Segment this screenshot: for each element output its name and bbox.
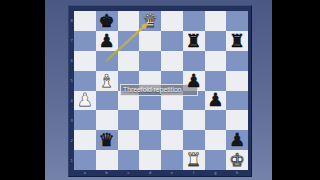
- square-f8[interactable]: [183, 11, 205, 31]
- square-b6[interactable]: [96, 51, 118, 71]
- square-f5[interactable]: ♟: [183, 71, 205, 91]
- piece-white-queen-d8[interactable]: ♛: [142, 12, 158, 30]
- square-h2[interactable]: ♟: [226, 130, 248, 150]
- piece-black-pawn-g4[interactable]: ♟: [207, 91, 223, 109]
- square-g2[interactable]: [205, 130, 227, 150]
- square-e8[interactable]: [161, 11, 183, 31]
- square-c6[interactable]: [118, 51, 140, 71]
- square-g3[interactable]: [205, 110, 227, 130]
- square-d2[interactable]: [139, 130, 161, 150]
- piece-black-pawn-f5[interactable]: ♟: [186, 72, 202, 90]
- square-c8[interactable]: [118, 11, 140, 31]
- square-b5[interactable]: ♝: [96, 71, 118, 91]
- square-d6[interactable]: [139, 51, 161, 71]
- square-b7[interactable]: ♟: [96, 31, 118, 51]
- square-e7[interactable]: [161, 31, 183, 51]
- square-h8[interactable]: [226, 11, 248, 31]
- square-c3[interactable]: [118, 110, 140, 130]
- square-a2[interactable]: [74, 130, 96, 150]
- square-c7[interactable]: [118, 31, 140, 51]
- square-f7[interactable]: ♜: [183, 31, 205, 51]
- square-h5[interactable]: [226, 71, 248, 91]
- piece-white-pawn-a4[interactable]: ♟: [77, 91, 93, 109]
- square-g4[interactable]: ♟: [205, 91, 227, 111]
- square-c2[interactable]: [118, 130, 140, 150]
- square-b2[interactable]: ♛: [96, 130, 118, 150]
- letterbox-right: [272, 0, 320, 180]
- piece-black-rook-f7[interactable]: ♜: [186, 32, 202, 50]
- square-d3[interactable]: [139, 110, 161, 130]
- square-a7[interactable]: [74, 31, 96, 51]
- square-a5[interactable]: [74, 71, 96, 91]
- square-b3[interactable]: [96, 110, 118, 130]
- square-b4[interactable]: [96, 91, 118, 111]
- square-h6[interactable]: [226, 51, 248, 71]
- square-h1[interactable]: ♚: [226, 150, 248, 170]
- piece-black-rook-h7[interactable]: ♜: [229, 32, 245, 50]
- square-f1[interactable]: ♜: [183, 150, 205, 170]
- square-g1[interactable]: [205, 150, 227, 170]
- square-a8[interactable]: [74, 11, 96, 31]
- square-g6[interactable]: [205, 51, 227, 71]
- square-d7[interactable]: [139, 31, 161, 51]
- square-h3[interactable]: [226, 110, 248, 130]
- square-e2[interactable]: [161, 130, 183, 150]
- square-f6[interactable]: [183, 51, 205, 71]
- piece-white-rook-f1[interactable]: ♜: [186, 151, 202, 169]
- square-c1[interactable]: [118, 150, 140, 170]
- square-g5[interactable]: [205, 71, 227, 91]
- square-h4[interactable]: [226, 91, 248, 111]
- piece-white-king-h1[interactable]: ♚: [229, 151, 245, 169]
- piece-black-king-b8[interactable]: ♚: [99, 12, 115, 30]
- piece-black-queen-b2[interactable]: ♛: [99, 131, 115, 149]
- video-frame: 87654321 abcdefgh ♚♛♟♜♜♝♟♟♟♛♟♜♚ Threefol…: [0, 0, 320, 180]
- square-h7[interactable]: ♜: [226, 31, 248, 51]
- letterbox-left: [0, 0, 45, 180]
- piece-black-pawn-h2[interactable]: ♟: [229, 131, 245, 149]
- square-f2[interactable]: [183, 130, 205, 150]
- square-b1[interactable]: [96, 150, 118, 170]
- square-g8[interactable]: [205, 11, 227, 31]
- square-a4[interactable]: ♟: [74, 91, 96, 111]
- square-a3[interactable]: [74, 110, 96, 130]
- piece-white-bishop-b5[interactable]: ♝: [99, 72, 115, 90]
- square-g7[interactable]: [205, 31, 227, 51]
- square-e3[interactable]: [161, 110, 183, 130]
- square-b8[interactable]: ♚: [96, 11, 118, 31]
- square-e6[interactable]: [161, 51, 183, 71]
- square-d1[interactable]: [139, 150, 161, 170]
- square-e1[interactable]: [161, 150, 183, 170]
- square-d8[interactable]: ♛: [139, 11, 161, 31]
- square-a6[interactable]: [74, 51, 96, 71]
- square-a1[interactable]: [74, 150, 96, 170]
- square-f3[interactable]: [183, 110, 205, 130]
- piece-black-pawn-b7[interactable]: ♟: [99, 32, 115, 50]
